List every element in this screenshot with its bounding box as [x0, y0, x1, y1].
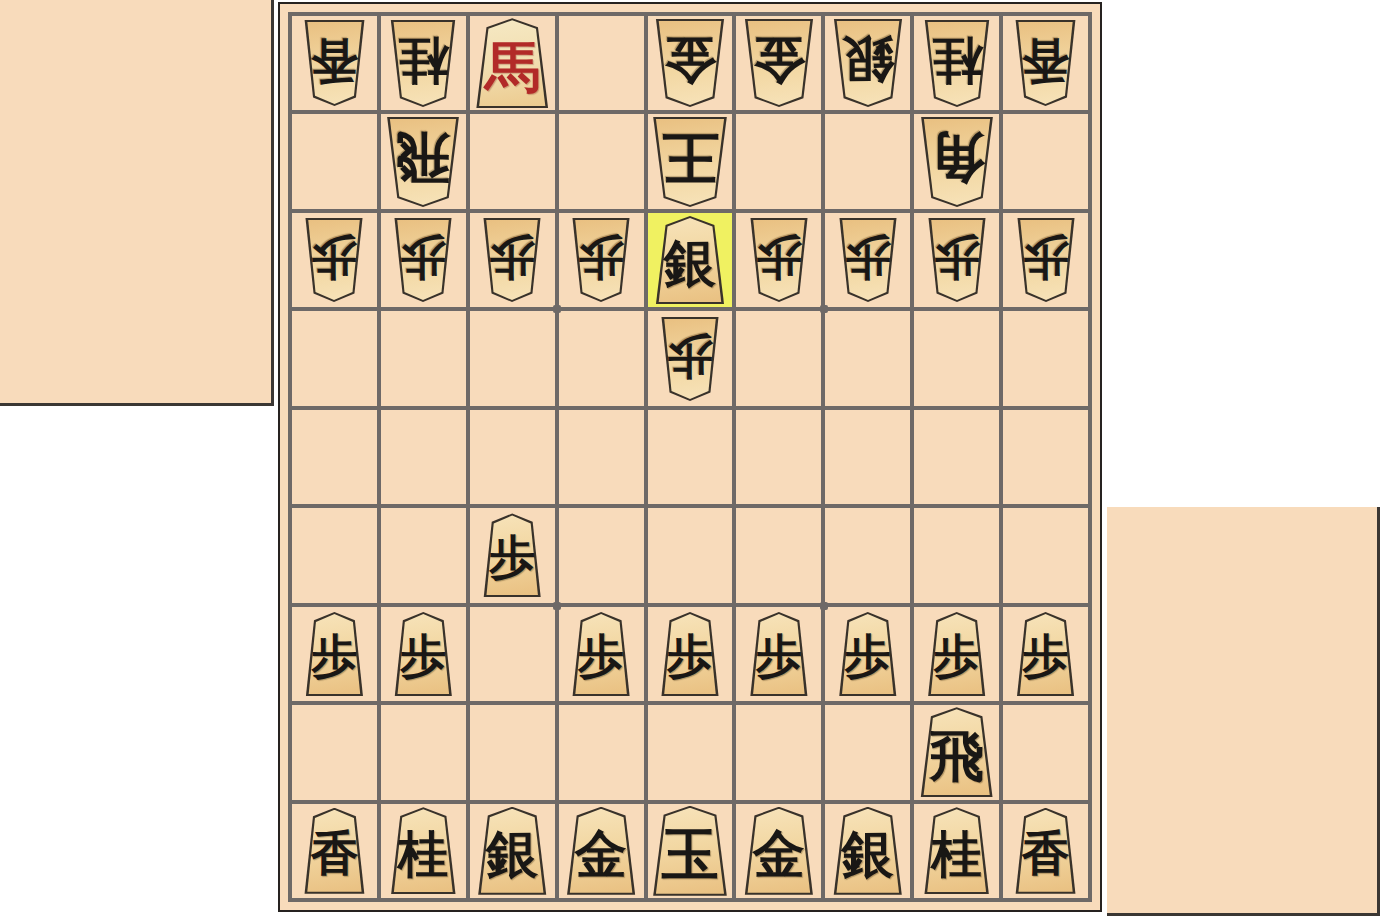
gote-captured-pieces-tray[interactable]: [0, 0, 274, 406]
square-7h[interactable]: [470, 705, 555, 799]
piece-kanji: 桂: [398, 828, 448, 878]
square-5e[interactable]: [648, 410, 733, 504]
piece-gote-pawn-9c[interactable]: 歩: [303, 218, 365, 302]
piece-gote-pawn-4c[interactable]: 歩: [748, 218, 810, 302]
square-2c[interactable]: 歩: [914, 213, 999, 307]
piece-kanji: 歩: [1023, 235, 1069, 281]
square-2b[interactable]: 角: [914, 114, 999, 208]
piece-kanji: 王: [661, 130, 718, 187]
square-9b[interactable]: [292, 114, 377, 208]
square-7d[interactable]: [470, 311, 555, 405]
piece-sente-pawn-3g[interactable]: 歩: [837, 612, 899, 696]
piece-sente-gold-4i[interactable]: 金: [742, 807, 816, 895]
shogi-board: 香桂馬金金銀桂香飛王角歩歩歩歩銀歩歩歩歩歩歩歩歩歩歩歩歩歩歩飛香桂銀金玉金銀桂香: [278, 2, 1102, 912]
piece-sente-knight-8i[interactable]: 桂: [388, 807, 458, 894]
piece-kanji: 歩: [311, 633, 357, 679]
square-2f[interactable]: [914, 508, 999, 602]
piece-kanji: 歩: [400, 633, 446, 679]
square-5d[interactable]: 歩: [648, 311, 733, 405]
square-3e[interactable]: [825, 410, 910, 504]
piece-kanji: 桂: [398, 36, 448, 86]
square-8e[interactable]: [381, 410, 466, 504]
square-6e[interactable]: [559, 410, 644, 504]
piece-kanji: 金: [753, 827, 805, 879]
square-3h[interactable]: [825, 705, 910, 799]
square-3d[interactable]: [825, 311, 910, 405]
piece-kanji: 歩: [578, 633, 624, 679]
square-9g[interactable]: 歩: [292, 607, 377, 701]
piece-gote-silver-3a[interactable]: 銀: [831, 19, 905, 107]
sente-captured-pieces-tray[interactable]: [1107, 507, 1380, 916]
square-1f[interactable]: [1003, 508, 1088, 602]
piece-gote-pawn-7c[interactable]: 歩: [481, 218, 543, 302]
square-3a[interactable]: 銀: [825, 16, 910, 110]
square-4h[interactable]: [736, 705, 821, 799]
hoshi-dot: [820, 602, 828, 610]
piece-gote-knight-2a[interactable]: 桂: [922, 20, 992, 107]
square-6h[interactable]: [559, 705, 644, 799]
square-7c[interactable]: 歩: [470, 213, 555, 307]
square-9a[interactable]: 香: [292, 16, 377, 110]
square-4c[interactable]: 歩: [736, 213, 821, 307]
square-7i[interactable]: 銀: [470, 804, 555, 898]
square-1e[interactable]: [1003, 410, 1088, 504]
piece-sente-pawn-8g[interactable]: 歩: [392, 612, 454, 696]
piece-kanji: 香: [1022, 37, 1070, 85]
piece-kanji: 桂: [932, 828, 982, 878]
square-7e[interactable]: [470, 410, 555, 504]
square-3b[interactable]: [825, 114, 910, 208]
piece-sente-lance-1i[interactable]: 香: [1013, 808, 1078, 894]
piece-sente-promoted-bishop-7a[interactable]: 馬: [473, 18, 551, 108]
square-5g[interactable]: 歩: [648, 607, 733, 701]
piece-kanji: 歩: [667, 333, 713, 379]
square-8b[interactable]: 飛: [381, 114, 466, 208]
piece-kanji: 歩: [1023, 633, 1069, 679]
square-6b[interactable]: [559, 114, 644, 208]
square-6i[interactable]: 金: [559, 804, 644, 898]
piece-kanji: 銀: [664, 237, 716, 289]
square-6c[interactable]: 歩: [559, 213, 644, 307]
piece-gote-king-5b[interactable]: 王: [650, 117, 730, 207]
square-9i[interactable]: 香: [292, 804, 377, 898]
square-5i[interactable]: 玉: [648, 804, 733, 898]
piece-kanji: 歩: [845, 235, 891, 281]
square-7g[interactable]: [470, 607, 555, 701]
square-8a[interactable]: 桂: [381, 16, 466, 110]
piece-kanji: 歩: [311, 235, 357, 281]
piece-sente-knight-2i[interactable]: 桂: [922, 807, 992, 894]
square-7a[interactable]: 馬: [470, 16, 555, 110]
square-3i[interactable]: 銀: [825, 804, 910, 898]
square-5c[interactable]: 銀: [648, 213, 733, 307]
piece-gote-pawn-1c[interactable]: 歩: [1015, 218, 1077, 302]
square-3g[interactable]: 歩: [825, 607, 910, 701]
piece-kanji: 桂: [932, 36, 982, 86]
square-3f[interactable]: [825, 508, 910, 602]
square-8g[interactable]: 歩: [381, 607, 466, 701]
square-2i[interactable]: 桂: [914, 804, 999, 898]
piece-kanji: 歩: [934, 235, 980, 281]
square-9f[interactable]: [292, 508, 377, 602]
square-1b[interactable]: [1003, 114, 1088, 208]
piece-kanji: 銀: [842, 827, 894, 879]
square-7b[interactable]: [470, 114, 555, 208]
piece-sente-pawn-5g[interactable]: 歩: [659, 612, 721, 696]
square-5f[interactable]: [648, 508, 733, 602]
piece-kanji: 歩: [845, 633, 891, 679]
square-2h[interactable]: 飛: [914, 705, 999, 799]
square-4d[interactable]: [736, 311, 821, 405]
piece-kanji: 歩: [756, 633, 802, 679]
piece-kanji: 飛: [929, 728, 984, 783]
piece-sente-pawn-1g[interactable]: 歩: [1015, 612, 1077, 696]
piece-sente-lance-9i[interactable]: 香: [302, 808, 367, 894]
piece-kanji: 歩: [400, 235, 446, 281]
piece-gote-pawn-6c[interactable]: 歩: [570, 218, 632, 302]
shogi-grid: 香桂馬金金銀桂香飛王角歩歩歩歩銀歩歩歩歩歩歩歩歩歩歩歩歩歩歩飛香桂銀金玉金銀桂香: [288, 12, 1092, 902]
square-4g[interactable]: 歩: [736, 607, 821, 701]
piece-kanji: 飛: [396, 131, 451, 186]
piece-kanji: 金: [664, 35, 716, 87]
square-8c[interactable]: 歩: [381, 213, 466, 307]
square-2e[interactable]: [914, 410, 999, 504]
piece-gote-gold-5a[interactable]: 金: [653, 19, 727, 107]
piece-kanji: 香: [1022, 829, 1070, 877]
piece-kanji: 歩: [667, 633, 713, 679]
square-9e[interactable]: [292, 410, 377, 504]
piece-kanji: 銀: [486, 827, 538, 879]
square-9c[interactable]: 歩: [292, 213, 377, 307]
piece-gote-pawn-3c[interactable]: 歩: [837, 218, 899, 302]
square-7f[interactable]: 歩: [470, 508, 555, 602]
piece-sente-king-5i[interactable]: 玉: [650, 806, 730, 896]
piece-kanji: 銀: [842, 35, 894, 87]
square-1g[interactable]: 歩: [1003, 607, 1088, 701]
piece-sente-rook-2h[interactable]: 飛: [918, 707, 996, 797]
hoshi-dot: [553, 305, 561, 313]
piece-kanji: 金: [575, 827, 627, 879]
piece-kanji: 香: [310, 37, 358, 85]
piece-gote-lance-1a[interactable]: 香: [1013, 20, 1078, 106]
square-6f[interactable]: [559, 508, 644, 602]
square-1a[interactable]: 香: [1003, 16, 1088, 110]
piece-sente-pawn-2g[interactable]: 歩: [926, 612, 988, 696]
piece-gote-gold-4a[interactable]: 金: [742, 19, 816, 107]
piece-sente-pawn-7f[interactable]: 歩: [481, 513, 543, 597]
square-8i[interactable]: 桂: [381, 804, 466, 898]
piece-sente-silver-7i[interactable]: 銀: [475, 807, 549, 895]
square-2d[interactable]: [914, 311, 999, 405]
piece-gote-rook-8b[interactable]: 飛: [384, 117, 462, 207]
square-1c[interactable]: 歩: [1003, 213, 1088, 307]
piece-gote-bishop-2b[interactable]: 角: [918, 117, 996, 207]
square-2g[interactable]: 歩: [914, 607, 999, 701]
piece-kanji: 玉: [661, 825, 718, 882]
piece-sente-silver-5c[interactable]: 銀: [653, 216, 727, 304]
square-2a[interactable]: 桂: [914, 16, 999, 110]
piece-kanji: 馬: [485, 38, 540, 93]
square-5h[interactable]: [648, 705, 733, 799]
square-6g[interactable]: 歩: [559, 607, 644, 701]
piece-gote-pawn-5d[interactable]: 歩: [659, 317, 721, 401]
square-8f[interactable]: [381, 508, 466, 602]
piece-sente-pawn-9g[interactable]: 歩: [303, 612, 365, 696]
square-4e[interactable]: [736, 410, 821, 504]
square-8d[interactable]: [381, 311, 466, 405]
piece-kanji: 歩: [489, 535, 535, 581]
piece-sente-pawn-4g[interactable]: 歩: [748, 612, 810, 696]
piece-kanji: 歩: [578, 235, 624, 281]
piece-kanji: 香: [310, 829, 358, 877]
square-3c[interactable]: 歩: [825, 213, 910, 307]
square-1i[interactable]: 香: [1003, 804, 1088, 898]
piece-gote-lance-9a[interactable]: 香: [302, 20, 367, 106]
square-6a[interactable]: [559, 16, 644, 110]
square-1d[interactable]: [1003, 311, 1088, 405]
square-5a[interactable]: 金: [648, 16, 733, 110]
square-4i[interactable]: 金: [736, 804, 821, 898]
square-1h[interactable]: [1003, 705, 1088, 799]
hoshi-dot: [553, 602, 561, 610]
piece-gote-pawn-2c[interactable]: 歩: [926, 218, 988, 302]
square-6d[interactable]: [559, 311, 644, 405]
piece-kanji: 歩: [756, 235, 802, 281]
piece-gote-knight-8a[interactable]: 桂: [388, 20, 458, 107]
piece-kanji: 歩: [489, 235, 535, 281]
square-4a[interactable]: 金: [736, 16, 821, 110]
piece-kanji: 金: [753, 35, 805, 87]
piece-sente-silver-3i[interactable]: 銀: [831, 807, 905, 895]
square-5b[interactable]: 王: [648, 114, 733, 208]
square-9d[interactable]: [292, 311, 377, 405]
square-4f[interactable]: [736, 508, 821, 602]
square-9h[interactable]: [292, 705, 377, 799]
square-8h[interactable]: [381, 705, 466, 799]
piece-gote-pawn-8c[interactable]: 歩: [392, 218, 454, 302]
piece-sente-pawn-6g[interactable]: 歩: [570, 612, 632, 696]
hoshi-dot: [820, 305, 828, 313]
square-4b[interactable]: [736, 114, 821, 208]
piece-kanji: 角: [929, 131, 984, 186]
piece-kanji: 歩: [934, 633, 980, 679]
piece-sente-gold-6i[interactable]: 金: [564, 807, 638, 895]
